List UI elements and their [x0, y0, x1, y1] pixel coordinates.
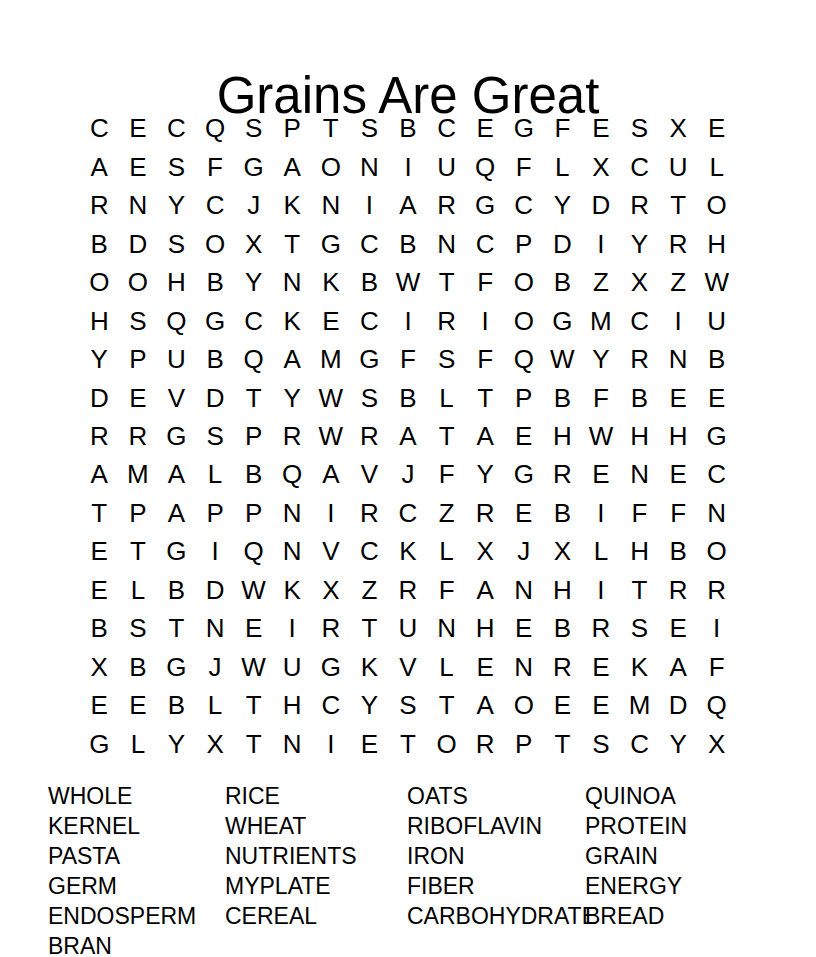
grid-cell: H — [80, 301, 119, 339]
grid-cell: R — [620, 186, 659, 224]
grid-cell: X — [234, 224, 273, 262]
grid-cell: U — [273, 648, 312, 686]
word-bank-column: RICEWHEATNUTRIENTSMYPLATECEREAL — [225, 782, 357, 932]
grid-cell: A — [273, 340, 312, 378]
grid-cell: I — [312, 725, 351, 763]
grid-cell: S — [234, 109, 273, 147]
grid-cell: S — [620, 609, 659, 647]
grid-cell: W — [234, 648, 273, 686]
grid-cell: X — [659, 109, 698, 147]
grid-cell: E — [582, 648, 621, 686]
grid-cell: E — [659, 455, 698, 493]
grid-cell: Q — [234, 340, 273, 378]
grid-cell: H — [273, 686, 312, 724]
grid-cell: O — [427, 725, 466, 763]
grid-cell: Y — [157, 725, 196, 763]
grid-cell: W — [543, 340, 582, 378]
grid-cell: H — [620, 417, 659, 455]
grid-cell: E — [350, 725, 389, 763]
grid-cell: E — [80, 532, 119, 570]
grid-cell: C — [80, 109, 119, 147]
grid-cell: G — [312, 648, 351, 686]
grid-cell: H — [697, 224, 736, 262]
grid-cell: M — [620, 686, 659, 724]
grid-cell: B — [80, 224, 119, 262]
grid-cell: X — [543, 532, 582, 570]
word-item: GERM — [48, 872, 196, 902]
grid-cell: A — [389, 186, 428, 224]
grid-cell: E — [504, 494, 543, 532]
grid-cell: N — [312, 186, 351, 224]
grid-cell: E — [504, 417, 543, 455]
grid-cell: U — [697, 301, 736, 339]
word-item: RICE — [225, 782, 357, 812]
grid-cell: B — [543, 609, 582, 647]
word-item: NUTRIENTS — [225, 842, 357, 872]
grid-cell: C — [312, 686, 351, 724]
grid-cell: O — [697, 186, 736, 224]
grid-cell: T — [234, 725, 273, 763]
grid-cell: N — [196, 609, 235, 647]
grid-cell: O — [196, 224, 235, 262]
word-item: PASTA — [48, 842, 196, 872]
grid-cell: T — [119, 532, 158, 570]
grid-cell: L — [427, 648, 466, 686]
grid-cell: A — [80, 147, 119, 185]
grid-cell: B — [620, 378, 659, 416]
grid-cell: R — [659, 224, 698, 262]
grid-cell: E — [582, 109, 621, 147]
grid-cell: N — [119, 186, 158, 224]
grid-cell: B — [389, 378, 428, 416]
grid-cell: G — [697, 417, 736, 455]
grid-cell: T — [312, 109, 351, 147]
grid-cell: H — [466, 609, 505, 647]
grid-cell: E — [582, 455, 621, 493]
grid-cell: M — [119, 455, 158, 493]
grid-cell: A — [389, 417, 428, 455]
word-item: ENERGY — [585, 872, 687, 902]
grid-cell: P — [119, 494, 158, 532]
grid-cell: F — [697, 648, 736, 686]
grid-cell: Y — [350, 686, 389, 724]
grid-cell: C — [234, 301, 273, 339]
grid-cell: R — [697, 571, 736, 609]
grid-cell: O — [504, 301, 543, 339]
grid-cell: F — [427, 571, 466, 609]
grid-cell: I — [466, 301, 505, 339]
grid-cell: C — [504, 186, 543, 224]
word-item: CARBOHYDRATE — [407, 902, 597, 932]
grid-cell: O — [312, 147, 351, 185]
grid-cell: T — [427, 417, 466, 455]
grid-cell: R — [350, 417, 389, 455]
grid-cell: F — [620, 494, 659, 532]
grid-cell: R — [350, 494, 389, 532]
grid-cell: Q — [697, 686, 736, 724]
grid-cell: D — [196, 571, 235, 609]
grid-cell: N — [273, 532, 312, 570]
grid-cell: T — [620, 571, 659, 609]
word-bank: WHOLEKERNELPASTAGERMENDOSPERMBRANRICEWHE… — [0, 782, 816, 957]
word-bank-column: OATSRIBOFLAVINIRONFIBERCARBOHYDRATE — [407, 782, 597, 932]
grid-cell: R — [273, 417, 312, 455]
grid-cell: R — [466, 725, 505, 763]
grid-cell: L — [427, 532, 466, 570]
grid-cell: B — [659, 532, 698, 570]
grid-cell: C — [350, 224, 389, 262]
grid-cell: S — [582, 725, 621, 763]
grid-cell: Y — [234, 263, 273, 301]
grid-cell: L — [427, 378, 466, 416]
grid-cell: Q — [466, 147, 505, 185]
grid-cell: T — [427, 263, 466, 301]
grid-cell: R — [659, 571, 698, 609]
grid-cell: V — [350, 455, 389, 493]
word-item: ENDOSPERM — [48, 902, 196, 932]
grid-cell: Y — [620, 224, 659, 262]
grid-cell: L — [582, 532, 621, 570]
grid-cell: F — [466, 263, 505, 301]
grid-cell: I — [196, 532, 235, 570]
grid-cell: O — [504, 686, 543, 724]
grid-cell: E — [659, 378, 698, 416]
grid-cell: Z — [582, 263, 621, 301]
grid-cell: P — [196, 494, 235, 532]
word-item: RIBOFLAVIN — [407, 812, 597, 842]
grid-cell: F — [389, 340, 428, 378]
grid-cell: C — [389, 494, 428, 532]
grid-cell: Y — [273, 378, 312, 416]
grid-cell: H — [157, 263, 196, 301]
grid-cell: N — [350, 147, 389, 185]
grid-cell: A — [80, 455, 119, 493]
grid-cell: N — [697, 494, 736, 532]
grid-cell: I — [350, 186, 389, 224]
grid-cell: D — [119, 224, 158, 262]
grid-cell: F — [582, 378, 621, 416]
grid-cell: V — [157, 378, 196, 416]
grid-cell: A — [157, 494, 196, 532]
grid-cell: K — [389, 532, 428, 570]
grid-cell: B — [543, 378, 582, 416]
grid-cell: W — [312, 417, 351, 455]
grid-cell: C — [620, 147, 659, 185]
grid-cell: K — [312, 263, 351, 301]
grid-cell: R — [80, 417, 119, 455]
grid-cell: A — [312, 455, 351, 493]
word-item: GRAIN — [585, 842, 687, 872]
grid-cell: I — [389, 147, 428, 185]
grid-cell: I — [697, 609, 736, 647]
grid-cell: E — [119, 378, 158, 416]
grid-cell: X — [582, 147, 621, 185]
grid-cell: E — [504, 609, 543, 647]
grid-cell: J — [504, 532, 543, 570]
grid-cell: A — [466, 686, 505, 724]
grid-cell: G — [504, 455, 543, 493]
grid-cell: C — [350, 532, 389, 570]
grid-cell: D — [80, 378, 119, 416]
grid-cell: G — [157, 532, 196, 570]
grid-cell: Y — [659, 725, 698, 763]
grid-cell: H — [620, 532, 659, 570]
grid-cell: C — [620, 725, 659, 763]
grid-cell: X — [312, 571, 351, 609]
grid-cell: R — [543, 648, 582, 686]
grid-cell: E — [582, 686, 621, 724]
grid-cell: X — [80, 648, 119, 686]
grid-cell: P — [234, 494, 273, 532]
grid-cell: F — [427, 455, 466, 493]
grid-cell: A — [466, 571, 505, 609]
grid-cell: T — [466, 378, 505, 416]
grid-cell: Y — [80, 340, 119, 378]
grid-cell: E — [119, 147, 158, 185]
grid-cell: D — [543, 224, 582, 262]
grid-cell: E — [697, 109, 736, 147]
word-search-page: Grains Are Great CECQSPTSBCEGFESXEAESFGA… — [0, 0, 816, 957]
grid-cell: I — [389, 301, 428, 339]
grid-cell: R — [80, 186, 119, 224]
grid-cell: B — [543, 494, 582, 532]
grid-cell: R — [427, 186, 466, 224]
grid-cell: W — [312, 378, 351, 416]
grid-cell: S — [119, 301, 158, 339]
grid-cell: D — [196, 378, 235, 416]
grid-cell: P — [273, 109, 312, 147]
grid-cell: K — [273, 186, 312, 224]
word-bank-column: QUINOAPROTEINGRAINENERGYBREAD — [585, 782, 687, 932]
word-item: WHOLE — [48, 782, 196, 812]
grid-cell: U — [157, 340, 196, 378]
grid-cell: P — [119, 340, 158, 378]
grid-cell: Z — [427, 494, 466, 532]
grid-cell: L — [697, 147, 736, 185]
grid-cell: X — [196, 725, 235, 763]
grid-cell: B — [157, 571, 196, 609]
grid-cell: F — [466, 340, 505, 378]
grid-cell: S — [350, 378, 389, 416]
grid-cell: G — [350, 340, 389, 378]
grid-cell: Q — [196, 109, 235, 147]
grid-cell: I — [582, 224, 621, 262]
letter-grid: CECQSPTSBCEGFESXEAESFGAONIUQFLXCULRNYCJK… — [80, 109, 736, 763]
grid-cell: C — [466, 224, 505, 262]
grid-cell: P — [504, 224, 543, 262]
grid-cell: T — [80, 494, 119, 532]
grid-cell: I — [659, 301, 698, 339]
grid-cell: E — [466, 109, 505, 147]
grid-cell: C — [697, 455, 736, 493]
grid-cell: P — [504, 725, 543, 763]
grid-cell: P — [504, 378, 543, 416]
grid-cell: Y — [157, 186, 196, 224]
grid-cell: U — [389, 609, 428, 647]
word-item: CEREAL — [225, 902, 357, 932]
grid-cell: G — [466, 186, 505, 224]
grid-cell: E — [80, 686, 119, 724]
grid-cell: I — [312, 494, 351, 532]
word-item: WHEAT — [225, 812, 357, 842]
grid-cell: O — [697, 532, 736, 570]
grid-cell: X — [466, 532, 505, 570]
grid-cell: X — [620, 263, 659, 301]
grid-cell: E — [543, 686, 582, 724]
grid-cell: T — [389, 725, 428, 763]
grid-cell: G — [157, 417, 196, 455]
grid-cell: N — [273, 263, 312, 301]
grid-cell: C — [427, 109, 466, 147]
grid-cell: V — [312, 532, 351, 570]
grid-cell: G — [80, 725, 119, 763]
grid-cell: Z — [659, 263, 698, 301]
grid-cell: S — [620, 109, 659, 147]
grid-cell: W — [582, 417, 621, 455]
word-item: PROTEIN — [585, 812, 687, 842]
grid-cell: B — [80, 609, 119, 647]
grid-cell: N — [427, 609, 466, 647]
grid-cell: I — [582, 494, 621, 532]
grid-cell: R — [427, 301, 466, 339]
grid-cell: S — [389, 686, 428, 724]
grid-cell: B — [234, 455, 273, 493]
grid-cell: R — [312, 609, 351, 647]
grid-cell: H — [543, 417, 582, 455]
grid-cell: G — [196, 301, 235, 339]
grid-cell: E — [80, 571, 119, 609]
grid-cell: V — [389, 648, 428, 686]
grid-cell: F — [504, 147, 543, 185]
grid-cell: T — [234, 378, 273, 416]
grid-cell: J — [196, 648, 235, 686]
grid-cell: K — [350, 648, 389, 686]
grid-cell: R — [466, 494, 505, 532]
grid-cell: O — [119, 263, 158, 301]
grid-cell: O — [80, 263, 119, 301]
grid-cell: B — [196, 340, 235, 378]
grid-cell: L — [119, 725, 158, 763]
grid-cell: G — [312, 224, 351, 262]
grid-cell: G — [543, 301, 582, 339]
grid-cell: L — [196, 455, 235, 493]
grid-cell: C — [196, 186, 235, 224]
grid-cell: G — [504, 109, 543, 147]
grid-cell: B — [196, 263, 235, 301]
grid-cell: C — [350, 301, 389, 339]
grid-cell: W — [697, 263, 736, 301]
grid-cell: L — [543, 147, 582, 185]
grid-cell: B — [543, 263, 582, 301]
grid-cell: B — [697, 340, 736, 378]
word-item: OATS — [407, 782, 597, 812]
grid-cell: S — [157, 224, 196, 262]
grid-cell: P — [234, 417, 273, 455]
grid-cell: S — [350, 109, 389, 147]
grid-cell: T — [659, 186, 698, 224]
grid-cell: U — [427, 147, 466, 185]
grid-cell: T — [157, 609, 196, 647]
grid-cell: A — [157, 455, 196, 493]
grid-cell: B — [119, 648, 158, 686]
grid-cell: G — [157, 648, 196, 686]
grid-cell: B — [157, 686, 196, 724]
grid-cell: E — [312, 301, 351, 339]
grid-cell: N — [504, 571, 543, 609]
grid-cell: E — [119, 109, 158, 147]
grid-cell: R — [389, 571, 428, 609]
grid-cell: N — [504, 648, 543, 686]
grid-cell: C — [157, 109, 196, 147]
grid-cell: D — [659, 686, 698, 724]
grid-cell: B — [389, 224, 428, 262]
grid-cell: F — [659, 494, 698, 532]
grid-cell: E — [119, 686, 158, 724]
grid-cell: Z — [350, 571, 389, 609]
grid-cell: A — [659, 648, 698, 686]
grid-cell: T — [427, 686, 466, 724]
word-bank-column: WHOLEKERNELPASTAGERMENDOSPERMBRAN — [48, 782, 196, 957]
grid-cell: K — [620, 648, 659, 686]
grid-cell: M — [312, 340, 351, 378]
grid-cell: E — [697, 378, 736, 416]
grid-cell: F — [196, 147, 235, 185]
grid-cell: I — [273, 609, 312, 647]
grid-cell: E — [466, 648, 505, 686]
grid-cell: X — [697, 725, 736, 763]
grid-cell: Q — [234, 532, 273, 570]
grid-cell: M — [582, 301, 621, 339]
grid-cell: W — [389, 263, 428, 301]
grid-cell: O — [504, 263, 543, 301]
grid-cell: N — [273, 494, 312, 532]
grid-cell: N — [427, 224, 466, 262]
grid-cell: N — [273, 725, 312, 763]
grid-cell: Y — [466, 455, 505, 493]
grid-cell: H — [543, 571, 582, 609]
grid-cell: T — [273, 224, 312, 262]
grid-cell: D — [582, 186, 621, 224]
grid-cell: S — [119, 609, 158, 647]
grid-cell: C — [620, 301, 659, 339]
word-item: IRON — [407, 842, 597, 872]
grid-cell: R — [620, 340, 659, 378]
grid-cell: R — [543, 455, 582, 493]
grid-cell: Y — [543, 186, 582, 224]
word-item: QUINOA — [585, 782, 687, 812]
grid-cell: R — [582, 609, 621, 647]
grid-cell: L — [196, 686, 235, 724]
grid-cell: Q — [157, 301, 196, 339]
grid-cell: K — [273, 301, 312, 339]
grid-cell: N — [620, 455, 659, 493]
word-item: FIBER — [407, 872, 597, 902]
grid-cell: Q — [273, 455, 312, 493]
grid-cell: N — [659, 340, 698, 378]
grid-cell: T — [350, 609, 389, 647]
grid-cell: B — [350, 263, 389, 301]
word-item: BREAD — [585, 902, 687, 932]
grid-cell: E — [659, 609, 698, 647]
grid-cell: U — [659, 147, 698, 185]
grid-cell: W — [234, 571, 273, 609]
word-item: KERNEL — [48, 812, 196, 842]
grid-cell: H — [659, 417, 698, 455]
grid-cell: F — [543, 109, 582, 147]
grid-cell: T — [234, 686, 273, 724]
grid-cell: I — [582, 571, 621, 609]
grid-cell: S — [196, 417, 235, 455]
